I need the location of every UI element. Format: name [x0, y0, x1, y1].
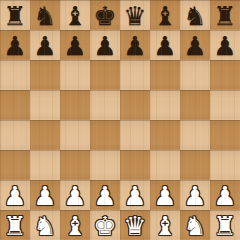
- piece-black-pawn[interactable]: ♟: [93, 31, 116, 61]
- square-b3[interactable]: [30, 150, 60, 180]
- piece-white-pawn[interactable]: ♟: [153, 181, 176, 211]
- square-f5[interactable]: [150, 90, 180, 120]
- square-a2[interactable]: ♟: [0, 180, 30, 210]
- piece-white-rook[interactable]: ♜: [3, 211, 26, 240]
- square-c1[interactable]: ♝: [60, 210, 90, 240]
- square-h4[interactable]: [210, 120, 240, 150]
- square-d2[interactable]: ♟: [90, 180, 120, 210]
- square-a4[interactable]: [0, 120, 30, 150]
- piece-white-king[interactable]: ♚: [93, 211, 116, 240]
- square-h7[interactable]: ♟: [210, 30, 240, 60]
- square-b1[interactable]: ♞: [30, 210, 60, 240]
- square-c8[interactable]: ♝: [60, 0, 90, 30]
- square-c7[interactable]: ♟: [60, 30, 90, 60]
- piece-white-pawn[interactable]: ♟: [123, 181, 146, 211]
- square-g3[interactable]: [180, 150, 210, 180]
- square-a3[interactable]: [0, 150, 30, 180]
- square-h3[interactable]: [210, 150, 240, 180]
- square-d6[interactable]: [90, 60, 120, 90]
- square-f1[interactable]: ♝: [150, 210, 180, 240]
- square-a7[interactable]: ♟: [0, 30, 30, 60]
- square-d4[interactable]: [90, 120, 120, 150]
- square-b8[interactable]: ♞: [30, 0, 60, 30]
- piece-white-bishop[interactable]: ♝: [153, 211, 176, 240]
- piece-white-pawn[interactable]: ♟: [63, 181, 86, 211]
- square-c2[interactable]: ♟: [60, 180, 90, 210]
- piece-black-pawn[interactable]: ♟: [3, 31, 26, 61]
- square-a8[interactable]: ♜: [0, 0, 30, 30]
- piece-black-rook[interactable]: ♜: [3, 1, 26, 31]
- square-h1[interactable]: ♜: [210, 210, 240, 240]
- square-f7[interactable]: ♟: [150, 30, 180, 60]
- square-g6[interactable]: [180, 60, 210, 90]
- square-a5[interactable]: [0, 90, 30, 120]
- piece-white-knight[interactable]: ♞: [33, 211, 56, 240]
- piece-black-knight[interactable]: ♞: [33, 1, 56, 31]
- piece-black-pawn[interactable]: ♟: [123, 31, 146, 61]
- square-c4[interactable]: [60, 120, 90, 150]
- square-g5[interactable]: [180, 90, 210, 120]
- square-e3[interactable]: [120, 150, 150, 180]
- square-g7[interactable]: ♟: [180, 30, 210, 60]
- piece-black-pawn[interactable]: ♟: [183, 31, 206, 61]
- piece-white-knight[interactable]: ♞: [183, 211, 206, 240]
- piece-black-queen[interactable]: ♛: [123, 1, 146, 31]
- square-g4[interactable]: [180, 120, 210, 150]
- square-b4[interactable]: [30, 120, 60, 150]
- square-f8[interactable]: ♝: [150, 0, 180, 30]
- square-f6[interactable]: [150, 60, 180, 90]
- piece-white-queen[interactable]: ♛: [123, 211, 146, 240]
- piece-black-king[interactable]: ♚: [93, 1, 116, 31]
- square-g8[interactable]: ♞: [180, 0, 210, 30]
- piece-white-rook[interactable]: ♜: [213, 211, 236, 240]
- square-d1[interactable]: ♚: [90, 210, 120, 240]
- square-d8[interactable]: ♚: [90, 0, 120, 30]
- piece-black-rook[interactable]: ♜: [213, 1, 236, 31]
- square-e6[interactable]: [120, 60, 150, 90]
- square-b5[interactable]: [30, 90, 60, 120]
- square-b2[interactable]: ♟: [30, 180, 60, 210]
- square-e8[interactable]: ♛: [120, 0, 150, 30]
- square-a6[interactable]: [0, 60, 30, 90]
- square-e5[interactable]: [120, 90, 150, 120]
- piece-black-bishop[interactable]: ♝: [153, 1, 176, 31]
- piece-black-pawn[interactable]: ♟: [213, 31, 236, 61]
- square-h8[interactable]: ♜: [210, 0, 240, 30]
- piece-white-pawn[interactable]: ♟: [3, 181, 26, 211]
- piece-black-pawn[interactable]: ♟: [63, 31, 86, 61]
- square-c5[interactable]: [60, 90, 90, 120]
- square-d5[interactable]: [90, 90, 120, 120]
- square-c3[interactable]: [60, 150, 90, 180]
- square-h2[interactable]: ♟: [210, 180, 240, 210]
- square-c6[interactable]: [60, 60, 90, 90]
- square-h5[interactable]: [210, 90, 240, 120]
- square-b6[interactable]: [30, 60, 60, 90]
- square-g1[interactable]: ♞: [180, 210, 210, 240]
- piece-black-pawn[interactable]: ♟: [33, 31, 56, 61]
- piece-white-pawn[interactable]: ♟: [183, 181, 206, 211]
- piece-white-pawn[interactable]: ♟: [93, 181, 116, 211]
- square-e2[interactable]: ♟: [120, 180, 150, 210]
- piece-black-pawn[interactable]: ♟: [153, 31, 176, 61]
- square-h6[interactable]: [210, 60, 240, 90]
- piece-white-bishop[interactable]: ♝: [63, 211, 86, 240]
- piece-black-knight[interactable]: ♞: [183, 1, 206, 31]
- piece-white-pawn[interactable]: ♟: [213, 181, 236, 211]
- square-e4[interactable]: [120, 120, 150, 150]
- square-b7[interactable]: ♟: [30, 30, 60, 60]
- piece-white-pawn[interactable]: ♟: [33, 181, 56, 211]
- square-e1[interactable]: ♛: [120, 210, 150, 240]
- square-d7[interactable]: ♟: [90, 30, 120, 60]
- square-d3[interactable]: [90, 150, 120, 180]
- square-f4[interactable]: [150, 120, 180, 150]
- square-f2[interactable]: ♟: [150, 180, 180, 210]
- square-f3[interactable]: [150, 150, 180, 180]
- chess-board: ♜♞♝♚♛♝♞♜♟♟♟♟♟♟♟♟♟♟♟♟♟♟♟♟♜♞♝♚♛♝♞♜: [0, 0, 240, 240]
- square-e7[interactable]: ♟: [120, 30, 150, 60]
- square-a1[interactable]: ♜: [0, 210, 30, 240]
- square-g2[interactable]: ♟: [180, 180, 210, 210]
- piece-black-bishop[interactable]: ♝: [63, 1, 86, 31]
